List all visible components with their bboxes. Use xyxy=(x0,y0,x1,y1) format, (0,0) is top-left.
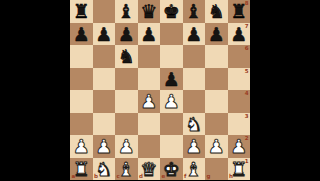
rank-label-6: 6 xyxy=(245,46,249,52)
square-b1[interactable]: ♞b xyxy=(93,158,116,181)
piece-white-queen[interactable]: ♛ xyxy=(140,158,157,181)
square-g7[interactable]: ♟ xyxy=(205,23,228,46)
rank-label-2: 2 xyxy=(245,136,249,142)
square-e3[interactable] xyxy=(160,113,183,136)
piece-white-knight[interactable]: ♞ xyxy=(95,158,112,181)
piece-black-queen[interactable]: ♛ xyxy=(140,0,157,23)
piece-black-pawn[interactable]: ♟ xyxy=(73,23,90,46)
square-h8[interactable]: ♜8 xyxy=(228,0,251,23)
piece-black-bishop[interactable]: ♝ xyxy=(118,0,135,23)
square-a4[interactable] xyxy=(70,90,93,113)
square-c7[interactable]: ♟ xyxy=(115,23,138,46)
square-c2[interactable]: ♟ xyxy=(115,135,138,158)
square-d2[interactable] xyxy=(138,135,161,158)
square-e4[interactable]: ♟ xyxy=(160,90,183,113)
square-h2[interactable]: ♟2 xyxy=(228,135,251,158)
square-f6[interactable] xyxy=(183,45,206,68)
square-a8[interactable]: ♜ xyxy=(70,0,93,23)
square-c4[interactable] xyxy=(115,90,138,113)
square-e6[interactable] xyxy=(160,45,183,68)
piece-black-pawn[interactable]: ♟ xyxy=(140,23,157,46)
square-d5[interactable] xyxy=(138,68,161,91)
piece-black-rook[interactable]: ♜ xyxy=(230,0,247,23)
rank-label-8: 8 xyxy=(245,1,249,7)
piece-black-pawn[interactable]: ♟ xyxy=(185,23,202,46)
file-label-a: a xyxy=(72,174,76,180)
square-d3[interactable] xyxy=(138,113,161,136)
square-d6[interactable] xyxy=(138,45,161,68)
piece-black-knight[interactable]: ♞ xyxy=(118,45,135,68)
square-e5[interactable]: ♟ xyxy=(160,68,183,91)
piece-black-king[interactable]: ♚ xyxy=(163,0,180,23)
square-h3[interactable]: 3 xyxy=(228,113,251,136)
piece-white-rook[interactable]: ♜ xyxy=(73,158,90,181)
square-d8[interactable]: ♛ xyxy=(138,0,161,23)
square-f4[interactable] xyxy=(183,90,206,113)
piece-white-bishop[interactable]: ♝ xyxy=(118,158,135,181)
square-h5[interactable]: 5 xyxy=(228,68,251,91)
file-label-d: d xyxy=(139,174,143,180)
square-e2[interactable] xyxy=(160,135,183,158)
file-label-g: g xyxy=(207,174,211,180)
square-f1[interactable]: ♝f xyxy=(183,158,206,181)
square-a7[interactable]: ♟ xyxy=(70,23,93,46)
rank-label-7: 7 xyxy=(245,24,249,30)
file-label-c: c xyxy=(117,174,120,180)
square-e7[interactable] xyxy=(160,23,183,46)
file-label-b: b xyxy=(94,174,98,180)
piece-white-king[interactable]: ♚ xyxy=(163,158,180,181)
video-frame: ♜♝♛♚♝♞♜8♟♟♟♟♟♟♟7♞6♟5♟♟4♞3♟♟♟♟♟♟2♜a♞b♝c♛d… xyxy=(0,0,320,180)
square-h1[interactable]: ♜1h xyxy=(228,158,251,181)
square-a6[interactable] xyxy=(70,45,93,68)
piece-black-pawn[interactable]: ♟ xyxy=(208,23,225,46)
square-a1[interactable]: ♜a xyxy=(70,158,93,181)
square-f2[interactable]: ♟ xyxy=(183,135,206,158)
square-a5[interactable] xyxy=(70,68,93,91)
square-a3[interactable] xyxy=(70,113,93,136)
piece-white-bishop[interactable]: ♝ xyxy=(185,158,202,181)
piece-black-pawn[interactable]: ♟ xyxy=(230,23,247,46)
square-f5[interactable] xyxy=(183,68,206,91)
square-h6[interactable]: 6 xyxy=(228,45,251,68)
square-b7[interactable]: ♟ xyxy=(93,23,116,46)
file-label-e: e xyxy=(162,174,166,180)
piece-white-pawn[interactable]: ♟ xyxy=(163,90,180,113)
piece-white-rook[interactable]: ♜ xyxy=(230,158,247,181)
file-label-h: h xyxy=(229,174,233,180)
rank-label-4: 4 xyxy=(245,91,249,97)
piece-black-pawn[interactable]: ♟ xyxy=(118,23,135,46)
square-b5[interactable] xyxy=(93,68,116,91)
chess-board[interactable]: ♜♝♛♚♝♞♜8♟♟♟♟♟♟♟7♞6♟5♟♟4♞3♟♟♟♟♟♟2♜a♞b♝c♛d… xyxy=(70,0,250,180)
piece-black-knight[interactable]: ♞ xyxy=(208,0,225,23)
piece-white-pawn[interactable]: ♟ xyxy=(95,135,112,158)
square-b8[interactable] xyxy=(93,0,116,23)
rank-label-1: 1 xyxy=(245,159,249,165)
piece-white-pawn[interactable]: ♟ xyxy=(140,90,157,113)
square-b3[interactable] xyxy=(93,113,116,136)
piece-white-pawn[interactable]: ♟ xyxy=(185,135,202,158)
square-c1[interactable]: ♝c xyxy=(115,158,138,181)
square-g1[interactable]: g xyxy=(205,158,228,181)
square-d7[interactable]: ♟ xyxy=(138,23,161,46)
square-d4[interactable]: ♟ xyxy=(138,90,161,113)
rank-label-5: 5 xyxy=(245,69,249,75)
square-a2[interactable]: ♟ xyxy=(70,135,93,158)
square-g5[interactable] xyxy=(205,68,228,91)
square-d1[interactable]: ♛d xyxy=(138,158,161,181)
square-h4[interactable]: 4 xyxy=(228,90,251,113)
rank-label-3: 3 xyxy=(245,114,249,120)
piece-white-pawn[interactable]: ♟ xyxy=(230,135,247,158)
square-b4[interactable] xyxy=(93,90,116,113)
square-e8[interactable]: ♚ xyxy=(160,0,183,23)
square-c8[interactable]: ♝ xyxy=(115,0,138,23)
square-f7[interactable]: ♟ xyxy=(183,23,206,46)
square-g6[interactable] xyxy=(205,45,228,68)
square-f3[interactable]: ♞ xyxy=(183,113,206,136)
piece-black-pawn[interactable]: ♟ xyxy=(95,23,112,46)
square-c3[interactable] xyxy=(115,113,138,136)
square-b2[interactable]: ♟ xyxy=(93,135,116,158)
square-g4[interactable] xyxy=(205,90,228,113)
square-g2[interactable]: ♟ xyxy=(205,135,228,158)
square-g3[interactable] xyxy=(205,113,228,136)
square-f8[interactable]: ♝ xyxy=(183,0,206,23)
square-c5[interactable] xyxy=(115,68,138,91)
square-g8[interactable]: ♞ xyxy=(205,0,228,23)
piece-white-pawn[interactable]: ♟ xyxy=(208,135,225,158)
piece-black-bishop[interactable]: ♝ xyxy=(185,0,202,23)
piece-white-knight[interactable]: ♞ xyxy=(185,113,202,136)
square-c6[interactable]: ♞ xyxy=(115,45,138,68)
piece-white-pawn[interactable]: ♟ xyxy=(118,135,135,158)
square-e1[interactable]: ♚e xyxy=(160,158,183,181)
piece-white-pawn[interactable]: ♟ xyxy=(73,135,90,158)
square-h7[interactable]: ♟7 xyxy=(228,23,251,46)
square-b6[interactable] xyxy=(93,45,116,68)
piece-black-rook[interactable]: ♜ xyxy=(73,0,90,23)
piece-black-pawn[interactable]: ♟ xyxy=(163,68,180,91)
file-label-f: f xyxy=(184,174,186,180)
